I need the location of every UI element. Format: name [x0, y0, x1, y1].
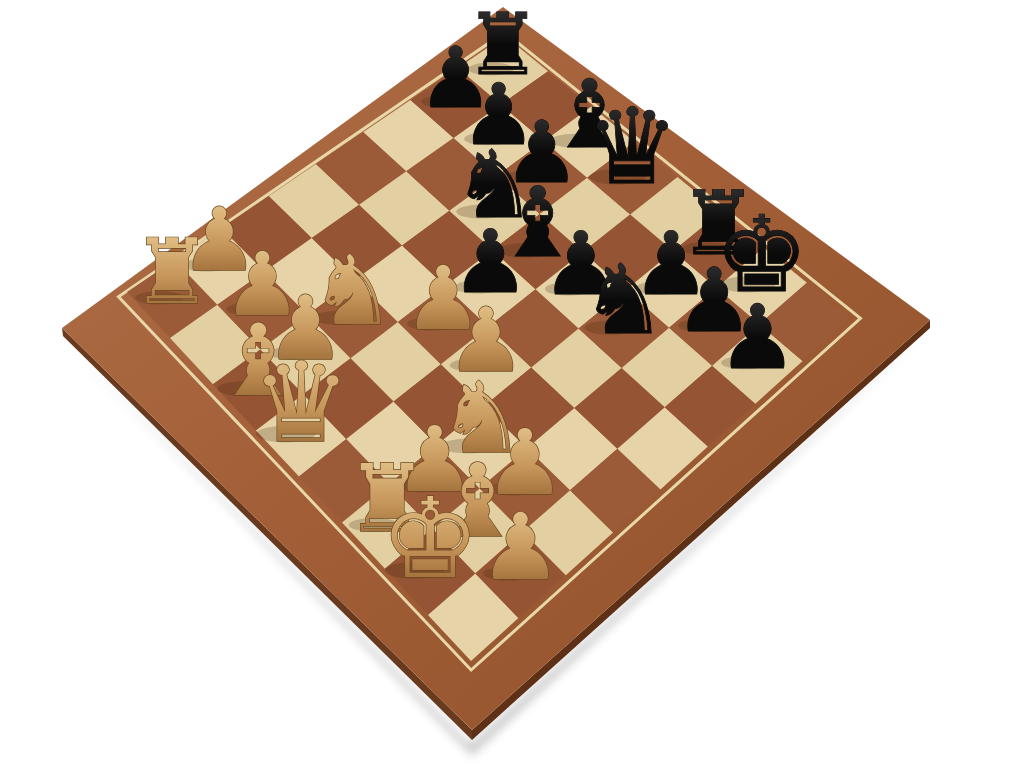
piece-white-pawn-h2[interactable]: ♟ — [479, 494, 561, 601]
piece-black-knight-f6[interactable]: ♞ — [581, 244, 667, 356]
piece-black-queen-d8[interactable]: ♛ — [585, 86, 679, 208]
piece-white-rook-a1[interactable]: ♜ — [132, 219, 213, 324]
chessboard-photo: ♜♟♟♝♟♛♞♜♝♟♚♟♟♟♜♟♞♟♟♞♟♟♟♝♛♞♟♟♜♝♚♟ — [0, 0, 1024, 768]
piece-black-pawn-h7[interactable]: ♟ — [718, 286, 798, 389]
piece-white-queen-d1[interactable]: ♛ — [252, 339, 351, 467]
piece-white-king-g1[interactable]: ♚ — [381, 474, 480, 603]
board-scene: ♜♟♟♝♟♛♞♜♝♟♚♟♟♟♜♟♞♟♟♞♟♟♟♝♛♞♟♟♜♝♚♟ — [0, 0, 1024, 768]
